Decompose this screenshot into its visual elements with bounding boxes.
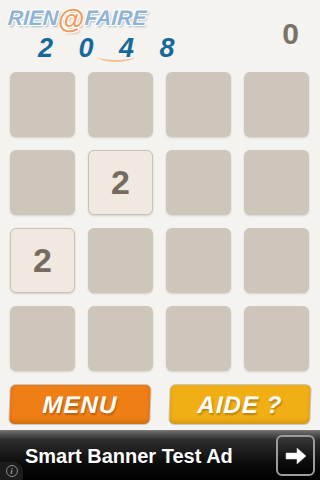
tile-2-r3c1: 2 — [10, 228, 75, 293]
ad-arrow-button[interactable] — [276, 435, 315, 476]
empty-cell-r2c3 — [166, 150, 231, 215]
game-screen: RIEN@FAIRE 2 0 4 8 0 22 MENU AIDE ? Smar… — [0, 0, 320, 480]
at-symbol-icon: @ — [57, 4, 85, 34]
empty-cell-r2c4 — [244, 150, 309, 215]
empty-cell-r3c3 — [166, 228, 231, 293]
menu-button[interactable]: MENU — [9, 385, 150, 424]
ad-info-button[interactable]: i — [0, 462, 23, 480]
logo-swoosh-icon — [98, 52, 134, 62]
tile-2-r2c2: 2 — [88, 150, 153, 215]
empty-cell-r3c4 — [244, 228, 309, 293]
empty-cell-r1c3 — [166, 72, 231, 137]
ad-banner-text: Smart Banner Test Ad — [25, 431, 233, 480]
empty-cell-r1c2 — [88, 72, 153, 137]
ad-banner[interactable]: Smart Banner Test Ad i — [0, 430, 320, 480]
logo-brand: RIEN@FAIRE — [7, 6, 184, 33]
app-logo: RIEN@FAIRE 2 0 4 8 — [8, 6, 184, 62]
empty-cell-r1c1 — [10, 72, 75, 137]
info-icon: i — [6, 465, 18, 477]
empty-cell-r4c2 — [88, 306, 153, 371]
empty-cell-r4c4 — [244, 306, 309, 371]
empty-cell-r4c1 — [10, 306, 75, 371]
empty-cell-r3c2 — [88, 228, 153, 293]
empty-cell-r1c4 — [244, 72, 309, 137]
board[interactable]: 22 — [10, 72, 309, 371]
empty-cell-r4c3 — [166, 306, 231, 371]
score-value: 0 — [282, 17, 299, 51]
help-button[interactable]: AIDE ? — [169, 385, 310, 424]
right-arrow-icon — [284, 446, 308, 466]
logo-rien-text: RIEN — [7, 6, 59, 29]
logo-faire-text: FAIRE — [84, 6, 147, 29]
empty-cell-r2c1 — [10, 150, 75, 215]
